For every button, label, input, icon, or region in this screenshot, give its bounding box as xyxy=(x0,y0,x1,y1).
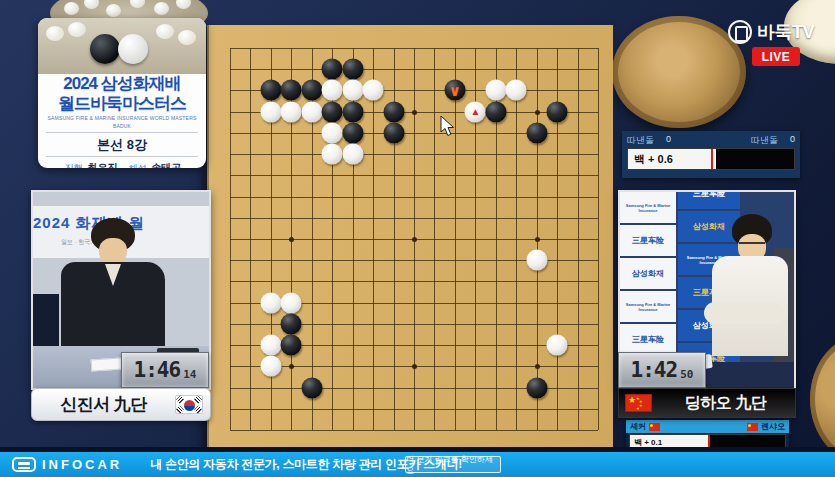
last-move-marker: ▲ xyxy=(470,107,480,117)
left-clock-seconds: 14 xyxy=(183,368,196,381)
right-clock-seconds: 50 xyxy=(680,368,693,381)
black-stone xyxy=(526,122,547,143)
black-stone xyxy=(383,122,404,143)
winrate-bar: 백 + 0.6 xyxy=(627,148,795,170)
sponsor-panel: 삼성화재 xyxy=(620,258,676,289)
right-player-nameplate: ★ ★★ ★★ 딩하오 九단 xyxy=(618,388,796,418)
tournament-title-line1: 2024 삼성화재배 xyxy=(38,74,206,94)
white-stone xyxy=(342,144,363,165)
star-point xyxy=(289,364,294,369)
star-point xyxy=(412,364,417,369)
ad-banner: INFOCAR 내 손안의 자동차 전문가, 스마트한 차량 관리 인포카 스캐… xyxy=(0,452,835,477)
grid-line xyxy=(516,48,517,430)
left-player-nameplate: 신진서 九단 xyxy=(31,388,211,421)
card-divider xyxy=(46,156,198,157)
tournament-card: 2024 삼성화재배 월드바둑마스터스 SAMSUNG FIRE & MARIN… xyxy=(38,18,206,168)
winrate-bar-white-segment: 백 + 0.6 xyxy=(628,149,716,169)
white-stone xyxy=(506,80,527,101)
sponsor-panel: Samsung Fire & Marine Insurance xyxy=(620,192,676,223)
mouse-cursor xyxy=(440,116,455,137)
broadcast-screen: ∨▲ 2024 삼성화재배 월드바둑마스터스 SAMSUNG FIRE & MA… xyxy=(0,0,835,477)
black-stone: ∨ xyxy=(444,80,465,101)
captures-count-left: 0 xyxy=(666,134,671,147)
mc-label: 진행 xyxy=(65,163,83,168)
left-player-face xyxy=(99,238,127,264)
white-stone xyxy=(526,250,547,271)
other-game-right-player: 롄샤오 xyxy=(761,421,785,432)
live-badge: LIVE xyxy=(752,47,800,66)
ai-eval-panel: 따낸돌 0 따낸돌 0 백 + 0.6 xyxy=(622,131,800,178)
white-stone xyxy=(322,80,343,101)
wooden-go-bowl-right xyxy=(810,334,835,464)
tournament-logo-photo xyxy=(38,18,206,74)
logo-white-stone xyxy=(118,34,148,64)
commentator-name: 송태곤 xyxy=(151,162,181,168)
go-board: ∨▲ xyxy=(207,25,613,450)
right-player-glasses xyxy=(739,242,765,247)
captures-label-right: 따낸돌 xyxy=(751,134,778,147)
white-stone xyxy=(260,356,281,377)
grid-line xyxy=(598,48,599,430)
black-stone xyxy=(260,80,281,101)
sponsor-panel: Samsung Fire & Marine Insurance xyxy=(620,291,676,322)
tournament-stage: 본선 8강 xyxy=(38,135,206,154)
korea-flag-icon xyxy=(175,395,203,414)
check-marker: ∨ xyxy=(449,83,461,98)
sponsor-panel: 三星车险 xyxy=(620,225,676,256)
star-point xyxy=(535,237,540,242)
black-stone xyxy=(342,101,363,122)
black-stone xyxy=(342,59,363,80)
mc-name: 최유진 xyxy=(88,162,118,168)
black-stone xyxy=(322,59,343,80)
baduktv-logo-icon xyxy=(728,20,752,44)
star-point xyxy=(412,110,417,115)
brand-name: INFOCAR xyxy=(42,457,122,472)
tournament-title-line2: 월드바둑마스터스 xyxy=(38,94,206,114)
white-stone xyxy=(547,335,568,356)
channel-name: 바둑TV xyxy=(757,20,814,44)
china-flag-icon: ★ ★★ ★★ xyxy=(625,394,652,412)
wooden-go-bowl xyxy=(612,16,746,128)
white-stone xyxy=(260,292,281,313)
channel-logo: 바둑TV xyxy=(728,20,814,44)
winrate-center-line xyxy=(711,149,713,169)
white-stone xyxy=(342,80,363,101)
white-stone xyxy=(322,122,343,143)
infocar-brand: INFOCAR xyxy=(12,457,122,472)
white-stone xyxy=(260,335,281,356)
white-stone xyxy=(363,80,384,101)
black-stone xyxy=(526,377,547,398)
go-board-grid: ∨▲ xyxy=(230,48,598,430)
other-game-left-player: 셰커 xyxy=(630,421,646,432)
car-logo-icon xyxy=(12,457,36,472)
score-lead-text: 백 + 0.6 xyxy=(628,152,673,167)
black-stone xyxy=(301,80,322,101)
right-player-arm xyxy=(704,302,784,324)
right-player-name: 딩하오 九단 xyxy=(656,393,795,414)
black-stone xyxy=(383,101,404,122)
white-stone xyxy=(485,80,506,101)
sponsor-panel: 三星车险 xyxy=(678,190,740,209)
black-stone xyxy=(322,101,343,122)
white-stone xyxy=(322,144,343,165)
black-stone xyxy=(281,313,302,334)
captures-count-right: 0 xyxy=(790,134,795,147)
see-more-button[interactable]: 더 보기 링크를 확인하세요 xyxy=(405,456,501,473)
broadcast-staff: 진행 최유진 해설 송태곤 xyxy=(38,159,206,168)
grid-line xyxy=(230,409,598,410)
white-stone xyxy=(281,101,302,122)
grid-line xyxy=(230,430,598,431)
white-stone xyxy=(260,101,281,122)
right-player-clock: 1:42 50 xyxy=(618,352,706,388)
sponsor-panel: 三星车险 xyxy=(620,324,676,355)
black-stone xyxy=(547,101,568,122)
left-player-name: 신진서 九단 xyxy=(32,393,175,416)
grid-line xyxy=(455,48,456,430)
black-stone xyxy=(281,335,302,356)
sponsor-panel: 삼성화재 xyxy=(678,211,740,242)
china-flag-icon xyxy=(747,423,758,431)
white-stone xyxy=(281,292,302,313)
star-point xyxy=(535,110,540,115)
tournament-subtitle-eng: SAMSUNG FIRE & MARINE INSURANCE WORLD MA… xyxy=(38,114,206,130)
grid-line xyxy=(578,48,579,430)
other-game-score-text: 백 + 0.1 xyxy=(630,437,662,448)
star-point xyxy=(535,364,540,369)
star-point xyxy=(289,237,294,242)
white-stone: ▲ xyxy=(465,101,486,122)
china-flag-icon xyxy=(649,423,660,431)
logo-black-stone xyxy=(90,34,120,64)
grid-line xyxy=(230,281,598,282)
black-stone xyxy=(342,122,363,143)
black-stone xyxy=(281,80,302,101)
left-player-clock: 1:46 14 xyxy=(121,352,209,388)
captures-label-left: 따낸돌 xyxy=(627,134,654,147)
other-game-players-row: 셰커 롄샤오 xyxy=(626,420,789,433)
white-stone xyxy=(301,101,322,122)
left-clock-time: 1:46 xyxy=(134,358,181,382)
commentator-label: 해설 xyxy=(128,163,146,168)
right-clock-time: 1:42 xyxy=(631,358,678,382)
captures-row: 따낸돌 0 따낸돌 0 xyxy=(627,133,795,148)
grid-line xyxy=(434,48,435,430)
star-point xyxy=(412,237,417,242)
black-stone xyxy=(485,101,506,122)
black-stone xyxy=(301,377,322,398)
card-divider xyxy=(46,132,198,133)
